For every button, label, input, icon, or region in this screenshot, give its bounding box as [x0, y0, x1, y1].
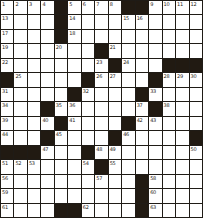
clue-number: 25: [15, 73, 21, 79]
white-cell[interactable]: [55, 59, 67, 72]
white-cell[interactable]: 24: [122, 59, 134, 72]
white-cell[interactable]: [41, 88, 53, 101]
white-cell[interactable]: [109, 175, 121, 188]
white-cell[interactable]: [190, 102, 202, 115]
white-cell[interactable]: [149, 59, 161, 72]
white-cell[interactable]: [28, 204, 40, 217]
white-cell[interactable]: [68, 175, 80, 188]
black-cell: [55, 204, 67, 217]
white-cell[interactable]: [163, 30, 175, 43]
clue-number: 16: [137, 15, 143, 21]
white-cell[interactable]: [95, 102, 107, 115]
crossword-page: 1234567891011121314151617181920212223242…: [0, 0, 203, 218]
white-cell[interactable]: [68, 189, 80, 202]
white-cell[interactable]: [14, 175, 26, 188]
clue-number: 53: [29, 160, 35, 166]
white-cell[interactable]: 58: [149, 175, 161, 188]
black-cell: [68, 204, 80, 217]
white-cell[interactable]: 28: [163, 73, 175, 86]
black-cell: [190, 59, 202, 72]
black-cell: [68, 88, 80, 101]
white-cell[interactable]: [163, 175, 175, 188]
clue-number: 6: [83, 1, 86, 7]
white-cell[interactable]: [190, 160, 202, 173]
clue-number: 32: [83, 88, 89, 94]
white-cell[interactable]: [176, 175, 188, 188]
black-cell: [149, 73, 161, 86]
clue-number: 19: [2, 44, 8, 50]
clue-number: 39: [2, 117, 8, 123]
white-cell[interactable]: 40: [41, 117, 53, 130]
clue-number: 57: [96, 175, 102, 181]
white-cell[interactable]: 39: [1, 117, 13, 130]
white-cell[interactable]: 8: [109, 1, 121, 14]
white-cell[interactable]: 61: [1, 204, 13, 217]
white-cell[interactable]: 22: [1, 59, 13, 72]
white-cell[interactable]: [149, 30, 161, 43]
black-cell: [136, 88, 148, 101]
white-cell[interactable]: 45: [55, 131, 67, 144]
black-cell: [190, 131, 202, 144]
white-cell[interactable]: [149, 44, 161, 57]
white-cell[interactable]: [14, 44, 26, 57]
white-cell[interactable]: [14, 88, 26, 101]
clue-number: 8: [110, 1, 113, 7]
white-cell[interactable]: 52: [14, 160, 26, 173]
white-cell[interactable]: [163, 117, 175, 130]
white-cell[interactable]: 16: [136, 15, 148, 28]
white-cell[interactable]: [55, 160, 67, 173]
white-cell[interactable]: 60: [149, 189, 161, 202]
white-cell[interactable]: [82, 175, 94, 188]
white-cell[interactable]: 35: [55, 102, 67, 115]
white-cell[interactable]: 59: [1, 189, 13, 202]
white-cell[interactable]: [176, 189, 188, 202]
white-cell[interactable]: [109, 204, 121, 217]
white-cell[interactable]: [14, 15, 26, 28]
black-cell: [55, 30, 67, 43]
clue-number: 33: [150, 88, 156, 94]
white-cell[interactable]: [68, 146, 80, 159]
white-cell[interactable]: [41, 59, 53, 72]
black-cell: [136, 204, 148, 217]
white-cell[interactable]: 62: [82, 204, 94, 217]
white-cell[interactable]: [136, 59, 148, 72]
clue-number: 54: [83, 160, 89, 166]
white-cell[interactable]: [149, 131, 161, 144]
white-cell[interactable]: 36: [68, 102, 80, 115]
clue-number: 58: [150, 175, 156, 181]
white-cell[interactable]: [14, 189, 26, 202]
white-cell[interactable]: 32: [82, 88, 94, 101]
white-cell[interactable]: [82, 59, 94, 72]
clue-number: 20: [56, 44, 62, 50]
white-cell[interactable]: 47: [41, 146, 53, 159]
white-cell[interactable]: [176, 204, 188, 217]
black-cell: [122, 1, 134, 14]
white-cell[interactable]: [176, 146, 188, 159]
white-cell[interactable]: [109, 117, 121, 130]
white-cell[interactable]: 15: [122, 15, 134, 28]
white-cell[interactable]: [41, 204, 53, 217]
white-cell[interactable]: [28, 189, 40, 202]
clue-number: 26: [96, 73, 102, 79]
white-cell[interactable]: [95, 131, 107, 144]
white-cell[interactable]: [28, 117, 40, 130]
white-cell[interactable]: 55: [109, 160, 121, 173]
white-cell[interactable]: [55, 146, 67, 159]
white-cell[interactable]: [95, 204, 107, 217]
white-cell[interactable]: [28, 175, 40, 188]
white-cell[interactable]: 43: [149, 117, 161, 130]
white-cell[interactable]: [55, 175, 67, 188]
white-cell[interactable]: [122, 88, 134, 101]
white-cell[interactable]: [163, 44, 175, 57]
clue-number: 59: [2, 189, 8, 195]
white-cell[interactable]: 37: [136, 102, 148, 115]
white-cell[interactable]: [41, 73, 53, 86]
white-cell[interactable]: [28, 102, 40, 115]
white-cell[interactable]: [82, 15, 94, 28]
white-cell[interactable]: [14, 30, 26, 43]
clue-number: 13: [2, 15, 8, 21]
black-cell: [55, 15, 67, 28]
clue-number: 52: [15, 160, 21, 166]
clue-number: 45: [56, 131, 62, 137]
clue-number: 35: [56, 102, 62, 108]
white-cell[interactable]: 19: [1, 44, 13, 57]
white-cell[interactable]: [149, 146, 161, 159]
white-cell[interactable]: [28, 88, 40, 101]
white-cell[interactable]: [68, 131, 80, 144]
clue-number: 17: [2, 30, 8, 36]
white-cell[interactable]: 63: [149, 204, 161, 217]
white-cell[interactable]: [109, 30, 121, 43]
white-cell[interactable]: 25: [14, 73, 26, 86]
white-cell[interactable]: [41, 30, 53, 43]
clue-number: 43: [150, 117, 156, 123]
clue-number: 60: [150, 189, 156, 195]
clue-number: 28: [164, 73, 170, 79]
black-cell: [149, 102, 161, 115]
clue-number: 51: [2, 160, 8, 166]
clue-number: 56: [2, 175, 8, 181]
white-cell[interactable]: 51: [1, 160, 13, 173]
white-cell[interactable]: 30: [190, 73, 202, 86]
white-cell[interactable]: [41, 44, 53, 57]
clue-number: 7: [96, 1, 99, 7]
black-cell: [176, 59, 188, 72]
white-cell[interactable]: [190, 44, 202, 57]
white-cell[interactable]: 33: [149, 88, 161, 101]
white-cell[interactable]: 44: [1, 131, 13, 144]
white-cell[interactable]: 20: [55, 44, 67, 57]
black-cell: [55, 1, 67, 14]
clue-number: 9: [150, 1, 153, 7]
white-cell[interactable]: [163, 204, 175, 217]
clue-number: 50: [191, 146, 197, 152]
white-cell[interactable]: [95, 189, 107, 202]
white-cell[interactable]: [136, 131, 148, 144]
white-cell[interactable]: 54: [82, 160, 94, 173]
clue-number: 41: [69, 117, 75, 123]
clue-number: 63: [150, 204, 156, 210]
white-cell[interactable]: [68, 44, 80, 57]
black-cell: [82, 73, 94, 86]
white-cell[interactable]: [190, 175, 202, 188]
white-cell[interactable]: [176, 15, 188, 28]
white-cell[interactable]: 13: [1, 15, 13, 28]
clue-number: 49: [110, 146, 116, 152]
white-cell[interactable]: 34: [1, 102, 13, 115]
white-cell[interactable]: [109, 15, 121, 28]
white-cell[interactable]: [190, 117, 202, 130]
black-cell: [14, 146, 26, 159]
white-cell[interactable]: [176, 44, 188, 57]
white-cell[interactable]: 17: [1, 30, 13, 43]
white-cell[interactable]: [14, 117, 26, 130]
white-cell[interactable]: [68, 160, 80, 173]
white-cell[interactable]: [82, 131, 94, 144]
black-cell: [95, 44, 107, 57]
white-cell[interactable]: [190, 15, 202, 28]
white-cell[interactable]: 12: [190, 1, 202, 14]
white-cell[interactable]: [95, 117, 107, 130]
white-cell[interactable]: [41, 175, 53, 188]
white-cell[interactable]: [163, 189, 175, 202]
white-cell[interactable]: [122, 204, 134, 217]
white-cell[interactable]: 29: [176, 73, 188, 86]
white-cell[interactable]: [82, 117, 94, 130]
white-cell[interactable]: 49: [109, 146, 121, 159]
clue-number: 46: [123, 131, 129, 137]
white-cell[interactable]: [14, 59, 26, 72]
white-cell[interactable]: [28, 131, 40, 144]
white-cell[interactable]: [28, 59, 40, 72]
clue-number: 23: [96, 59, 102, 65]
white-cell[interactable]: [176, 102, 188, 115]
clue-number: 29: [177, 73, 183, 79]
clue-number: 31: [2, 88, 8, 94]
white-cell[interactable]: [109, 189, 121, 202]
clue-number: 47: [42, 146, 48, 152]
white-cell[interactable]: 42: [136, 117, 148, 130]
white-cell[interactable]: 53: [28, 160, 40, 173]
clue-number: 3: [29, 1, 32, 7]
clue-number: 14: [69, 15, 75, 21]
clue-number: 36: [69, 102, 75, 108]
clue-number: 61: [2, 204, 8, 210]
white-cell[interactable]: [122, 189, 134, 202]
white-cell[interactable]: 21: [109, 44, 121, 57]
white-cell[interactable]: 1: [1, 1, 13, 14]
white-cell[interactable]: [136, 30, 148, 43]
black-cell: [95, 160, 107, 173]
white-cell[interactable]: [95, 88, 107, 101]
white-cell[interactable]: [163, 131, 175, 144]
white-cell[interactable]: 11: [176, 1, 188, 14]
white-cell[interactable]: [190, 204, 202, 217]
white-cell[interactable]: 38: [163, 102, 175, 115]
black-cell: [163, 59, 175, 72]
white-cell[interactable]: 10: [163, 1, 175, 14]
white-cell[interactable]: 2: [14, 1, 26, 14]
crossword-board: 1234567891011121314151617181920212223242…: [0, 0, 203, 218]
white-cell[interactable]: [68, 59, 80, 72]
white-cell[interactable]: [190, 88, 202, 101]
white-cell[interactable]: [41, 160, 53, 173]
white-cell[interactable]: 7: [95, 1, 107, 14]
white-cell[interactable]: [95, 15, 107, 28]
clue-number: 22: [2, 59, 8, 65]
white-cell[interactable]: [190, 30, 202, 43]
black-cell: [41, 131, 53, 144]
white-cell[interactable]: [82, 30, 94, 43]
white-cell[interactable]: [176, 117, 188, 130]
clue-number: 21: [110, 44, 116, 50]
white-cell[interactable]: [163, 146, 175, 159]
white-cell[interactable]: [41, 15, 53, 28]
white-cell[interactable]: 48: [95, 146, 107, 159]
white-cell[interactable]: [136, 160, 148, 173]
clue-number: 55: [110, 160, 116, 166]
black-cell: [82, 146, 94, 159]
white-cell[interactable]: [122, 160, 134, 173]
white-cell[interactable]: [122, 102, 134, 115]
clue-number: 38: [164, 102, 170, 108]
white-cell[interactable]: 27: [109, 73, 121, 86]
white-cell[interactable]: 31: [1, 88, 13, 101]
white-cell[interactable]: 56: [1, 175, 13, 188]
white-cell[interactable]: 9: [149, 1, 161, 14]
white-cell[interactable]: [14, 102, 26, 115]
clue-number: 27: [110, 73, 116, 79]
black-cell: [1, 73, 13, 86]
white-cell[interactable]: [28, 44, 40, 57]
white-cell[interactable]: [82, 102, 94, 115]
white-cell[interactable]: [109, 88, 121, 101]
white-cell[interactable]: [14, 131, 26, 144]
black-cell: [1, 146, 13, 159]
black-cell: [109, 131, 121, 144]
white-cell[interactable]: [28, 30, 40, 43]
white-cell[interactable]: [136, 73, 148, 86]
white-cell[interactable]: [122, 175, 134, 188]
white-cell[interactable]: 3: [28, 1, 40, 14]
clue-number: 42: [137, 117, 143, 123]
clue-number: 1: [2, 1, 5, 7]
white-cell[interactable]: 5: [68, 1, 80, 14]
white-cell[interactable]: [68, 73, 80, 86]
black-cell: [122, 117, 134, 130]
black-cell: [136, 189, 148, 202]
clue-number: 11: [177, 1, 183, 7]
clue-number: 40: [42, 117, 48, 123]
clue-number: 62: [83, 204, 89, 210]
white-cell[interactable]: [176, 88, 188, 101]
white-cell[interactable]: [122, 30, 134, 43]
clue-number: 12: [191, 1, 197, 7]
clue-number: 2: [15, 1, 18, 7]
white-cell[interactable]: [28, 73, 40, 86]
white-cell[interactable]: 14: [68, 15, 80, 28]
black-cell: [136, 175, 148, 188]
white-cell[interactable]: 50: [190, 146, 202, 159]
white-cell[interactable]: [109, 102, 121, 115]
white-cell[interactable]: [14, 204, 26, 217]
white-cell[interactable]: [163, 88, 175, 101]
clue-number: 44: [2, 131, 8, 137]
white-cell[interactable]: 26: [95, 73, 107, 86]
white-cell[interactable]: [55, 189, 67, 202]
white-cell[interactable]: [122, 73, 134, 86]
white-cell[interactable]: 6: [82, 1, 94, 14]
white-cell[interactable]: [55, 88, 67, 101]
white-cell[interactable]: [176, 160, 188, 173]
white-cell[interactable]: [122, 44, 134, 57]
white-cell[interactable]: [82, 189, 94, 202]
clue-number: 37: [137, 102, 143, 108]
black-cell: [41, 102, 53, 115]
clue-number: 34: [2, 102, 8, 108]
white-cell[interactable]: 57: [95, 175, 107, 188]
clue-number: 10: [164, 1, 170, 7]
white-cell[interactable]: [82, 44, 94, 57]
white-cell[interactable]: [176, 131, 188, 144]
white-cell[interactable]: 18: [68, 30, 80, 43]
black-cell: [109, 59, 121, 72]
clue-number: 5: [69, 1, 72, 7]
white-cell[interactable]: [55, 73, 67, 86]
white-cell[interactable]: 23: [95, 59, 107, 72]
white-cell[interactable]: [95, 30, 107, 43]
black-cell: [136, 1, 148, 14]
white-cell[interactable]: [190, 189, 202, 202]
clue-number: 15: [123, 15, 129, 21]
white-cell[interactable]: [149, 15, 161, 28]
white-cell[interactable]: 46: [122, 131, 134, 144]
clue-number: 48: [96, 146, 102, 152]
white-cell[interactable]: [28, 15, 40, 28]
clue-number: 30: [191, 73, 197, 79]
white-cell[interactable]: [136, 44, 148, 57]
white-cell[interactable]: [122, 146, 134, 159]
black-cell: [55, 117, 67, 130]
white-cell[interactable]: [41, 189, 53, 202]
white-cell[interactable]: 4: [41, 1, 53, 14]
clue-number: 4: [42, 1, 45, 7]
white-cell[interactable]: [136, 146, 148, 159]
clue-number: 24: [123, 59, 129, 65]
black-cell: [28, 146, 40, 159]
white-cell[interactable]: [163, 160, 175, 173]
white-cell[interactable]: [176, 30, 188, 43]
white-cell[interactable]: 41: [68, 117, 80, 130]
white-cell[interactable]: [163, 15, 175, 28]
clue-number: 18: [69, 30, 75, 36]
white-cell[interactable]: [149, 160, 161, 173]
